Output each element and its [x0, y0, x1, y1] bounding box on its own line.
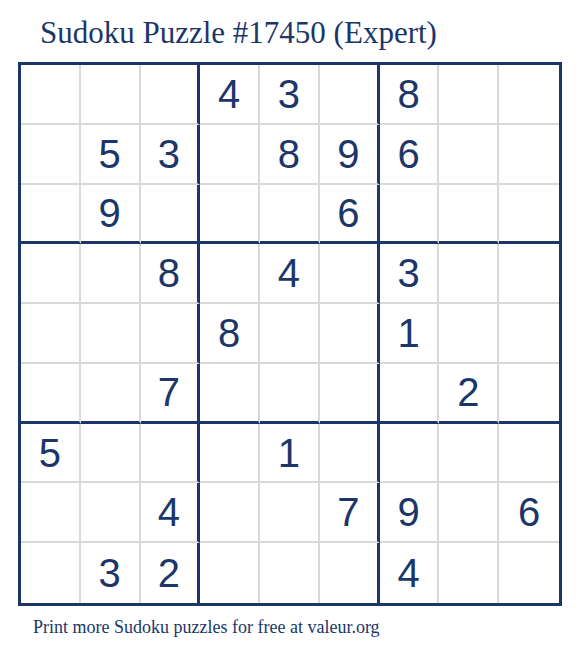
cell-r1c6	[320, 65, 380, 125]
cell-r3c4	[200, 185, 260, 245]
footer-text: Print more Sudoku puzzles for free at va…	[33, 617, 380, 638]
cell-r7c4	[200, 424, 260, 484]
cell-r3c7	[380, 185, 440, 245]
cell-r2c7: 6	[380, 125, 440, 185]
cell-r3c9	[499, 185, 559, 245]
cell-r2c5: 8	[260, 125, 320, 185]
cell-r1c2	[81, 65, 141, 125]
cell-r5c6	[320, 304, 380, 364]
cell-r3c1	[21, 185, 81, 245]
cell-r6c8: 2	[439, 364, 499, 424]
cell-r2c3: 3	[141, 125, 201, 185]
cell-r8c4	[200, 483, 260, 543]
cell-r1c9	[499, 65, 559, 125]
cell-r8c6: 7	[320, 483, 380, 543]
cell-r1c8	[439, 65, 499, 125]
cell-r1c1	[21, 65, 81, 125]
cell-r5c9	[499, 304, 559, 364]
cell-r4c7: 3	[380, 244, 440, 304]
cell-r1c7: 8	[380, 65, 440, 125]
cell-r2c8	[439, 125, 499, 185]
cell-r6c5	[260, 364, 320, 424]
cell-r9c4	[200, 543, 260, 603]
cell-r7c7	[380, 424, 440, 484]
cell-r8c9: 6	[499, 483, 559, 543]
cell-r3c8	[439, 185, 499, 245]
cell-r7c8	[439, 424, 499, 484]
cell-r9c1	[21, 543, 81, 603]
cell-r2c2: 5	[81, 125, 141, 185]
cell-r4c6	[320, 244, 380, 304]
cell-r3c2: 9	[81, 185, 141, 245]
cell-r4c8	[439, 244, 499, 304]
cell-r7c3	[141, 424, 201, 484]
cell-r3c3	[141, 185, 201, 245]
cell-r9c5	[260, 543, 320, 603]
cell-r5c8	[439, 304, 499, 364]
cell-r6c4	[200, 364, 260, 424]
cell-r2c9	[499, 125, 559, 185]
cell-r7c2	[81, 424, 141, 484]
cell-r4c2	[81, 244, 141, 304]
cell-r7c1: 5	[21, 424, 81, 484]
cell-r4c4	[200, 244, 260, 304]
cell-r9c6	[320, 543, 380, 603]
cell-r9c2: 3	[81, 543, 141, 603]
cell-r1c5: 3	[260, 65, 320, 125]
cell-r5c2	[81, 304, 141, 364]
cell-r1c3	[141, 65, 201, 125]
cell-r5c5	[260, 304, 320, 364]
cell-r4c1	[21, 244, 81, 304]
cell-r1c4: 4	[200, 65, 260, 125]
cell-r7c9	[499, 424, 559, 484]
cell-r6c3: 7	[141, 364, 201, 424]
page-title: Sudoku Puzzle #17450 (Expert)	[40, 16, 437, 50]
cell-r8c2	[81, 483, 141, 543]
cell-r4c5: 4	[260, 244, 320, 304]
cell-r7c5: 1	[260, 424, 320, 484]
cell-r6c9	[499, 364, 559, 424]
cell-r4c3: 8	[141, 244, 201, 304]
cell-r9c8	[439, 543, 499, 603]
cell-r7c6	[320, 424, 380, 484]
cell-r6c1	[21, 364, 81, 424]
cell-r6c2	[81, 364, 141, 424]
cell-r5c7: 1	[380, 304, 440, 364]
cell-r4c9	[499, 244, 559, 304]
cell-r2c4	[200, 125, 260, 185]
cell-r3c5	[260, 185, 320, 245]
cell-r8c7: 9	[380, 483, 440, 543]
cell-r6c7	[380, 364, 440, 424]
cell-r6c6	[320, 364, 380, 424]
cell-r3c6: 6	[320, 185, 380, 245]
cell-r9c7: 4	[380, 543, 440, 603]
cell-r8c1	[21, 483, 81, 543]
cell-r9c3: 2	[141, 543, 201, 603]
cell-r8c3: 4	[141, 483, 201, 543]
cell-r5c1	[21, 304, 81, 364]
cell-r2c6: 9	[320, 125, 380, 185]
sudoku-board: 43853896968438172514796324	[18, 62, 562, 606]
cell-r5c3	[141, 304, 201, 364]
cell-r5c4: 8	[200, 304, 260, 364]
cell-r8c5	[260, 483, 320, 543]
cell-r2c1	[21, 125, 81, 185]
cell-r8c8	[439, 483, 499, 543]
cell-r9c9	[499, 543, 559, 603]
